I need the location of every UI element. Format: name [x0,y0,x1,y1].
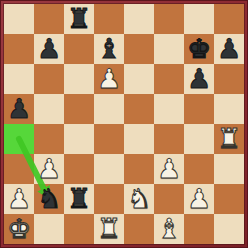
black-king[interactable]: ♚ [184,34,214,64]
white-rook[interactable]: ♜ [94,214,124,244]
square-c3[interactable] [64,154,94,184]
square-h5[interactable] [214,94,244,124]
square-g1[interactable] [184,214,214,244]
square-h3[interactable] [214,154,244,184]
black-knight[interactable]: ♞ [34,184,64,214]
black-rook[interactable]: ♜ [64,4,94,34]
square-c8[interactable]: ♜ [64,4,94,34]
square-h1[interactable] [214,214,244,244]
square-b2[interactable]: ♞ [34,184,64,214]
square-d8[interactable] [94,4,124,34]
square-c2[interactable]: ♜ [64,184,94,214]
square-h8[interactable] [214,4,244,34]
white-pawn[interactable]: ♟ [34,154,64,184]
square-b5[interactable] [34,94,64,124]
white-bishop[interactable]: ♝ [154,214,184,244]
square-a1[interactable]: ♚ [4,214,34,244]
square-d5[interactable] [94,94,124,124]
square-e8[interactable] [124,4,154,34]
square-f5[interactable] [154,94,184,124]
square-f8[interactable] [154,4,184,34]
square-h6[interactable] [214,64,244,94]
square-d1[interactable]: ♜ [94,214,124,244]
square-g3[interactable] [184,154,214,184]
square-a8[interactable] [4,4,34,34]
square-h2[interactable] [214,184,244,214]
square-c4[interactable] [64,124,94,154]
square-g7[interactable]: ♚ [184,34,214,64]
square-e6[interactable] [124,64,154,94]
square-f7[interactable] [154,34,184,64]
black-rook[interactable]: ♜ [64,184,94,214]
chess-board: ♜♟♝♚♟♟♟♟♜♟♟♟♞♜♞♟♚♜♝ [4,4,244,244]
square-e1[interactable] [124,214,154,244]
chess-board-frame: ♜♟♝♚♟♟♟♟♜♟♟♟♞♜♞♟♚♜♝ [0,0,248,248]
square-g5[interactable] [184,94,214,124]
square-e3[interactable] [124,154,154,184]
square-f4[interactable] [154,124,184,154]
square-b1[interactable] [34,214,64,244]
white-knight[interactable]: ♞ [124,184,154,214]
square-b6[interactable] [34,64,64,94]
square-a2[interactable]: ♟ [4,184,34,214]
square-b3[interactable]: ♟ [34,154,64,184]
white-pawn[interactable]: ♟ [154,154,184,184]
black-bishop[interactable]: ♝ [94,34,124,64]
square-a3[interactable] [4,154,34,184]
square-g2[interactable]: ♟ [184,184,214,214]
square-f1[interactable]: ♝ [154,214,184,244]
square-c1[interactable] [64,214,94,244]
white-king[interactable]: ♚ [4,214,34,244]
square-f2[interactable] [154,184,184,214]
white-pawn[interactable]: ♟ [94,64,124,94]
square-d4[interactable] [94,124,124,154]
square-g4[interactable] [184,124,214,154]
black-pawn[interactable]: ♟ [214,34,244,64]
square-g8[interactable] [184,4,214,34]
square-d2[interactable] [94,184,124,214]
square-c6[interactable] [64,64,94,94]
square-c5[interactable] [64,94,94,124]
square-b7[interactable]: ♟ [34,34,64,64]
white-pawn[interactable]: ♟ [4,184,34,214]
square-d3[interactable] [94,154,124,184]
square-e5[interactable] [124,94,154,124]
black-pawn[interactable]: ♟ [34,34,64,64]
square-f6[interactable] [154,64,184,94]
square-e4[interactable] [124,124,154,154]
white-pawn[interactable]: ♟ [184,184,214,214]
square-d6[interactable]: ♟ [94,64,124,94]
square-a6[interactable] [4,64,34,94]
square-d7[interactable]: ♝ [94,34,124,64]
black-pawn[interactable]: ♟ [4,94,34,124]
square-b8[interactable] [34,4,64,34]
square-e2[interactable]: ♞ [124,184,154,214]
square-b4[interactable] [34,124,64,154]
white-rook[interactable]: ♜ [214,124,244,154]
square-a5[interactable]: ♟ [4,94,34,124]
square-c7[interactable] [64,34,94,64]
square-e7[interactable] [124,34,154,64]
square-f3[interactable]: ♟ [154,154,184,184]
black-pawn[interactable]: ♟ [184,64,214,94]
square-h7[interactable]: ♟ [214,34,244,64]
square-h4[interactable]: ♜ [214,124,244,154]
square-g6[interactable]: ♟ [184,64,214,94]
square-a7[interactable] [4,34,34,64]
square-a4[interactable] [4,124,34,154]
